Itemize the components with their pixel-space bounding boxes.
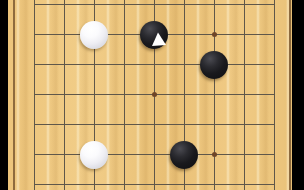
grid-line-vertical — [274, 0, 275, 190]
black-stone[interactable] — [140, 21, 168, 49]
grid-line-vertical — [34, 0, 35, 190]
grid-line-vertical — [214, 0, 215, 190]
video-frame — [0, 0, 304, 190]
white-stone[interactable] — [80, 141, 108, 169]
board-edge-line-right — [289, 0, 291, 190]
grid-line-vertical — [64, 0, 65, 190]
grid-line-horizontal — [34, 64, 275, 65]
grid-line-horizontal — [34, 124, 275, 125]
last-move-marker-icon — [140, 21, 168, 49]
white-stone[interactable] — [80, 21, 108, 49]
black-stone[interactable] — [170, 141, 198, 169]
grid-line-horizontal — [34, 184, 275, 185]
grid-line-vertical — [244, 0, 245, 190]
grid-line-horizontal — [34, 154, 275, 155]
grid-line-vertical — [124, 0, 125, 190]
letterbox-left-bar — [0, 0, 8, 190]
board-edge-line-left — [13, 0, 15, 190]
letterbox-right-bar — [292, 0, 304, 190]
grid-line-horizontal — [34, 4, 275, 5]
star-point — [212, 32, 217, 37]
go-board[interactable] — [8, 0, 292, 190]
star-point — [152, 92, 157, 97]
black-stone[interactable] — [200, 51, 228, 79]
star-point — [212, 152, 217, 157]
